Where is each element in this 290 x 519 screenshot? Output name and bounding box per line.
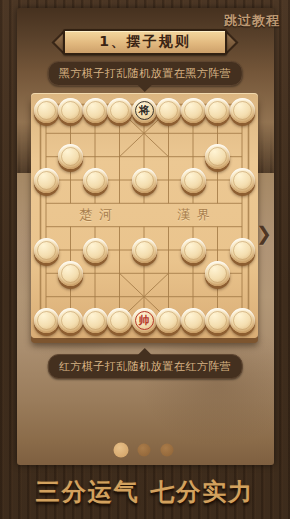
piece-ring	[184, 311, 203, 330]
piece-ring	[208, 101, 227, 120]
black-facedown-piece	[181, 98, 206, 123]
piece-ring: 将	[135, 101, 154, 120]
river-label-chu-he: 楚河	[79, 206, 119, 224]
next-page-arrow-icon[interactable]: ❯	[256, 222, 272, 244]
red-facedown-piece	[230, 238, 255, 263]
black-facedown-piece	[132, 168, 157, 193]
black-facedown-piece	[205, 98, 230, 123]
piece-ring	[184, 101, 203, 120]
red-facedown-piece	[34, 308, 59, 333]
black-facedown-piece	[156, 98, 181, 123]
red-facedown-piece	[156, 308, 181, 333]
pagination-dot-2[interactable]	[138, 444, 151, 457]
piece-ring: 帅	[135, 311, 154, 330]
piece-ring	[37, 101, 56, 120]
piece-ring	[61, 311, 80, 330]
red-facedown-piece	[83, 238, 108, 263]
step-title-banner: 1、摆子规则	[55, 29, 235, 55]
black-side-tip-bubble: 黑方棋子打乱随机放置在黑方阵营	[48, 61, 243, 86]
red-facedown-piece	[58, 261, 83, 286]
black-general-piece: 将	[132, 98, 157, 123]
piece-ring	[37, 311, 56, 330]
piece-ring	[61, 264, 80, 283]
piece-ring	[86, 311, 105, 330]
piece-ring	[208, 311, 227, 330]
black-facedown-piece	[83, 98, 108, 123]
red-facedown-piece	[181, 238, 206, 263]
black-facedown-piece	[58, 98, 83, 123]
black-facedown-piece	[34, 98, 59, 123]
piece-ring	[184, 241, 203, 260]
tutorial-screen: 跳过教程 1、摆子规则 黑方棋子打乱随机放置在黑方阵营 楚河 漢界 将帅 红方棋…	[0, 0, 290, 519]
piece-ring	[37, 241, 56, 260]
red-side-tip-bubble: 红方棋子打乱随机放置在红方阵营	[48, 354, 243, 379]
piece-ring	[208, 264, 227, 283]
piece-ring	[233, 101, 252, 120]
red-general-piece: 帅	[132, 308, 157, 333]
piece-character: 帅	[139, 315, 150, 326]
black-facedown-piece	[83, 168, 108, 193]
step-title: 1、摆子规则	[63, 29, 227, 55]
river-label-han-jie: 漢界	[177, 206, 217, 224]
red-facedown-piece	[132, 238, 157, 263]
red-facedown-piece	[34, 238, 59, 263]
slogan-text: 三分运气 七分实力	[0, 476, 290, 508]
black-facedown-piece	[230, 168, 255, 193]
piece-ring	[208, 147, 227, 166]
red-facedown-piece	[83, 308, 108, 333]
skip-tutorial-button[interactable]: 跳过教程	[224, 12, 280, 30]
piece-ring	[110, 311, 129, 330]
black-facedown-piece	[181, 168, 206, 193]
piece-ring	[86, 101, 105, 120]
piece-ring	[184, 171, 203, 190]
piece-ring	[86, 171, 105, 190]
piece-ring	[61, 147, 80, 166]
piece-ring	[159, 101, 178, 120]
black-facedown-piece	[230, 98, 255, 123]
red-facedown-piece	[107, 308, 132, 333]
red-facedown-piece	[205, 308, 230, 333]
piece-ring	[233, 171, 252, 190]
piece-character: 将	[139, 105, 150, 116]
red-facedown-piece	[181, 308, 206, 333]
red-facedown-piece	[58, 308, 83, 333]
xiangqi-board: 楚河 漢界 将帅	[31, 93, 258, 338]
black-facedown-piece	[34, 168, 59, 193]
piece-ring	[86, 241, 105, 260]
pagination-dot-1[interactable]	[114, 443, 129, 458]
red-facedown-piece	[230, 308, 255, 333]
piece-ring	[37, 171, 56, 190]
piece-ring	[159, 311, 178, 330]
piece-ring	[233, 241, 252, 260]
piece-ring	[233, 311, 252, 330]
pagination-dot-3[interactable]	[161, 444, 174, 457]
board-grid	[31, 93, 258, 338]
piece-ring	[135, 171, 154, 190]
piece-ring	[135, 241, 154, 260]
black-facedown-piece	[107, 98, 132, 123]
piece-ring	[61, 101, 80, 120]
piece-ring	[110, 101, 129, 120]
red-facedown-piece	[205, 261, 230, 286]
